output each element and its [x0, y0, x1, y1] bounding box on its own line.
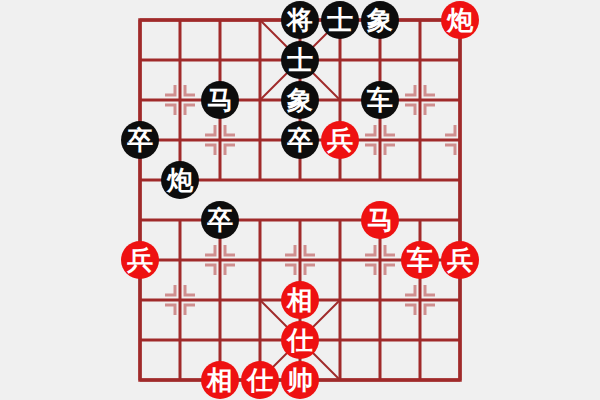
board-point: 炮: [160, 160, 200, 200]
board-point: [320, 320, 360, 360]
board-point: [120, 40, 160, 80]
board-point: 兵: [440, 240, 480, 280]
red-elephant[interactable]: 相: [201, 361, 239, 399]
board-point: [120, 280, 160, 320]
board-point: [240, 40, 280, 80]
red-elephant[interactable]: 相: [281, 281, 319, 319]
red-soldier[interactable]: 兵: [321, 121, 359, 159]
board-point: 车: [400, 240, 440, 280]
board-point: 炮: [440, 0, 480, 40]
board-point: 卒: [280, 120, 320, 160]
screen: { "game": "xiangqi", "position": { "fen"…: [0, 0, 600, 400]
board-point: [240, 280, 280, 320]
red-soldier[interactable]: 兵: [441, 241, 479, 279]
board-point: [160, 320, 200, 360]
board-points: 将士象炮士马象车卒卒兵炮卒马兵车兵相仕相仕帅: [120, 0, 480, 400]
board-point: [280, 240, 320, 280]
board-point: [200, 240, 240, 280]
board-point: 象: [280, 80, 320, 120]
board-point: [400, 160, 440, 200]
board-point: 马: [200, 80, 240, 120]
red-general[interactable]: 帅: [281, 361, 319, 399]
board-point: [160, 120, 200, 160]
board-point: 仕: [280, 320, 320, 360]
board-point: 相: [200, 360, 240, 400]
xiangqi-board: 将士象炮士马象车卒卒兵炮卒马兵车兵相仕相仕帅: [0, 0, 600, 400]
board-point: [200, 0, 240, 40]
board-point: [440, 120, 480, 160]
black-soldier[interactable]: 卒: [281, 121, 319, 159]
board-point: 士: [280, 40, 320, 80]
board-point: [240, 200, 280, 240]
board-point: 士: [320, 0, 360, 40]
board-point: [320, 200, 360, 240]
board-point: 将: [280, 0, 320, 40]
black-advisor[interactable]: 士: [281, 41, 319, 79]
board-point: 仕: [240, 360, 280, 400]
board-point: [280, 160, 320, 200]
board-point: [360, 320, 400, 360]
red-soldier[interactable]: 兵: [121, 241, 159, 279]
black-advisor[interactable]: 士: [321, 1, 359, 39]
board-point: [200, 160, 240, 200]
board-point: [160, 80, 200, 120]
board-point: [320, 160, 360, 200]
board-point: [320, 240, 360, 280]
board-point: 卒: [200, 200, 240, 240]
board-point: [240, 80, 280, 120]
board-point: [120, 200, 160, 240]
board-point: [360, 160, 400, 200]
board-point: [360, 280, 400, 320]
board-point: [160, 0, 200, 40]
board-point: [360, 40, 400, 80]
board-point: [440, 80, 480, 120]
board-point: [400, 280, 440, 320]
board-point: [120, 0, 160, 40]
board-point: [400, 80, 440, 120]
board-point: [400, 360, 440, 400]
board-point: [440, 200, 480, 240]
board-point: [400, 120, 440, 160]
board-point: [280, 200, 320, 240]
board-point: 兵: [320, 120, 360, 160]
board-point: [440, 40, 480, 80]
board-point: [440, 160, 480, 200]
board-point: 车: [360, 80, 400, 120]
board-point: [320, 280, 360, 320]
black-soldier[interactable]: 卒: [121, 121, 159, 159]
board-point: [440, 360, 480, 400]
board-point: [400, 40, 440, 80]
board-point: [360, 120, 400, 160]
board-point: [240, 160, 280, 200]
board-point: [120, 80, 160, 120]
board-point: [160, 240, 200, 280]
board-point: 相: [280, 280, 320, 320]
black-elephant[interactable]: 象: [361, 1, 399, 39]
black-general[interactable]: 将: [281, 1, 319, 39]
red-horse[interactable]: 马: [361, 201, 399, 239]
black-elephant[interactable]: 象: [281, 81, 319, 119]
board-point: [120, 160, 160, 200]
black-horse[interactable]: 马: [201, 81, 239, 119]
red-advisor[interactable]: 仕: [241, 361, 279, 399]
black-soldier[interactable]: 卒: [201, 201, 239, 239]
red-advisor[interactable]: 仕: [281, 321, 319, 359]
black-chariot[interactable]: 车: [361, 81, 399, 119]
board-point: [200, 40, 240, 80]
board-point: [160, 360, 200, 400]
board-point: [200, 320, 240, 360]
board-point: [240, 120, 280, 160]
board-point: 马: [360, 200, 400, 240]
board-point: [320, 80, 360, 120]
board-point: [360, 240, 400, 280]
board-point: [320, 360, 360, 400]
board-point: [120, 320, 160, 360]
board-point: [440, 320, 480, 360]
board-point: [240, 320, 280, 360]
board-point: 卒: [120, 120, 160, 160]
board-point: [200, 120, 240, 160]
board-point: [200, 280, 240, 320]
board-point: 兵: [120, 240, 160, 280]
board-point: [320, 40, 360, 80]
board-point: [400, 200, 440, 240]
board-point: [440, 280, 480, 320]
board-point: 帅: [280, 360, 320, 400]
board-point: [240, 0, 280, 40]
board-point: [240, 240, 280, 280]
board-point: [160, 40, 200, 80]
board-point: [400, 320, 440, 360]
black-cannon[interactable]: 炮: [161, 161, 199, 199]
red-cannon[interactable]: 炮: [441, 1, 479, 39]
board-point: 象: [360, 0, 400, 40]
board-point: [400, 0, 440, 40]
board-point: [160, 200, 200, 240]
board-point: [160, 280, 200, 320]
board-point: [120, 360, 160, 400]
board-point: [360, 360, 400, 400]
red-chariot[interactable]: 车: [401, 241, 439, 279]
